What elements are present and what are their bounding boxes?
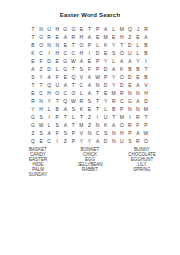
grid-cell: T xyxy=(53,97,61,105)
grid-cell: P xyxy=(118,105,126,113)
grid-cell: Y xyxy=(29,105,37,113)
grid-cell: L xyxy=(102,105,110,113)
grid-cell: Y xyxy=(85,137,93,145)
grid-cell: C xyxy=(94,129,102,137)
grid-cell: B xyxy=(53,105,61,113)
grid-cell: L xyxy=(134,50,142,58)
grid-cell: A xyxy=(94,137,102,145)
grid-cell: N xyxy=(94,121,102,129)
grid-cell: W xyxy=(142,129,150,137)
grid-cell: B xyxy=(126,66,134,74)
grid-cell: A xyxy=(29,66,37,74)
grid-cell: P xyxy=(94,26,102,34)
grid-cell: P xyxy=(94,58,102,66)
grid-cell: O xyxy=(69,89,77,97)
grid-cell: N xyxy=(126,89,134,97)
grid-cell: R xyxy=(29,97,37,105)
grid-cell: I xyxy=(45,50,53,58)
grid-cell: Q xyxy=(69,74,77,82)
grid-cell: A xyxy=(45,74,53,82)
grid-cell: U xyxy=(53,82,61,90)
grid-cell: N xyxy=(37,26,45,34)
grid-cell: B xyxy=(142,42,150,50)
grid-cell: Y xyxy=(45,97,53,105)
grid-cell: A xyxy=(85,74,93,82)
grid-cell: A xyxy=(85,82,93,90)
grid-cell: W xyxy=(69,97,77,105)
grid-cell: P xyxy=(69,137,77,145)
grid-cell: A xyxy=(126,58,134,66)
grid-cell: H xyxy=(142,89,150,97)
grid-cell: Z xyxy=(29,129,37,137)
grid-cell: M xyxy=(77,121,85,129)
grid-cell: W xyxy=(69,58,77,66)
worksheet-page: Easter Word Search TNUHGGETPALMQJRTGREAR… xyxy=(0,0,180,255)
grid-cell: P xyxy=(85,42,93,50)
grid-cell: A xyxy=(61,105,69,113)
grid-cell: U xyxy=(118,137,126,145)
grid-cell: Y xyxy=(134,58,142,66)
grid-cell: S xyxy=(69,105,77,113)
grid-cell: N xyxy=(94,82,102,90)
grid-cell: L xyxy=(53,66,61,74)
grid-cell: T xyxy=(69,82,77,90)
grid-cell: E xyxy=(61,74,69,82)
word-list-item: RABBIT xyxy=(64,167,116,172)
grid-cell: E xyxy=(53,58,61,66)
grid-cell: U xyxy=(102,113,110,121)
grid-cell: R xyxy=(134,137,142,145)
grid-cell: T xyxy=(69,66,77,74)
grid-cell: N xyxy=(110,129,118,137)
grid-cell: A xyxy=(134,129,142,137)
grid-cell: O xyxy=(77,42,85,50)
grid-cell: A xyxy=(110,66,118,74)
grid-cell: I xyxy=(53,137,61,145)
grid-cell: E xyxy=(134,34,142,42)
grid-cell: I xyxy=(126,113,134,121)
grid-cell: I xyxy=(45,113,53,121)
grid-cell: R xyxy=(69,34,77,42)
grid-cell: A xyxy=(61,34,69,42)
grid-cell: A xyxy=(61,121,69,129)
grid-cell: T xyxy=(142,113,150,121)
grid-cell: B xyxy=(110,105,118,113)
grid-cell: D xyxy=(102,66,110,74)
grid-cell: G xyxy=(29,113,37,121)
grid-cell: Z xyxy=(61,137,69,145)
grid-cell: W xyxy=(94,74,102,82)
word-list-column: BUNNYCHOCOLATEEGGHUNTLILYSPRING xyxy=(116,147,168,177)
grid-cell: G xyxy=(29,121,37,129)
grid-cell: B xyxy=(142,50,150,58)
grid-cell: P xyxy=(53,113,61,121)
grid-cell: A xyxy=(45,129,53,137)
grid-cell: H xyxy=(118,34,126,42)
grid-cell: E xyxy=(61,42,69,50)
grid-cell: F xyxy=(134,121,142,129)
grid-cell: L xyxy=(69,113,77,121)
grid-cell: A xyxy=(118,58,126,66)
grid-cell: O xyxy=(118,50,126,58)
grid-cell: M xyxy=(102,34,110,42)
grid-cell: F xyxy=(53,129,61,137)
grid-cell: E xyxy=(102,50,110,58)
grid-cell: Z xyxy=(37,66,45,74)
grid-cell: M xyxy=(110,89,118,97)
grid-cell: D xyxy=(102,137,110,145)
grid-cell: A xyxy=(134,97,142,105)
grid-cell: O xyxy=(53,89,61,97)
grid-cell: C xyxy=(37,89,45,97)
grid-cell: E xyxy=(53,34,61,42)
grid-cell: H xyxy=(53,26,61,34)
grid-cell: I xyxy=(85,50,93,58)
grid-cell: V xyxy=(77,129,85,137)
grid-cell: M xyxy=(118,113,126,121)
grid-cell: L xyxy=(94,42,102,50)
grid-cell: L xyxy=(134,42,142,50)
grid-cell: B xyxy=(29,42,37,50)
grid-cell: N xyxy=(53,42,61,50)
grid-cell: T xyxy=(61,113,69,121)
grid-cell: R xyxy=(126,121,134,129)
grid-cell: T xyxy=(69,121,77,129)
grid-cell: T xyxy=(29,34,37,42)
grid-cell: S xyxy=(77,66,85,74)
grid-cell: Y xyxy=(110,82,118,90)
grid-cell: Y xyxy=(102,97,110,105)
grid-cell: E xyxy=(85,58,93,66)
grid-cell: G xyxy=(126,97,134,105)
grid-cell: E xyxy=(29,89,37,97)
grid-cell: K xyxy=(77,105,85,113)
grid-cell: A xyxy=(85,34,93,42)
grid-cell: V xyxy=(142,82,150,90)
grid-cell: Y xyxy=(110,74,118,82)
grid-cell: C xyxy=(37,50,45,58)
grid-cell: B xyxy=(134,66,142,74)
grid-cell: F xyxy=(37,58,45,66)
grid-cell: Y xyxy=(37,74,45,82)
grid-cell: V xyxy=(77,74,85,82)
grid-cell: C xyxy=(61,89,69,97)
grid-cell: O xyxy=(118,74,126,82)
grid-cell: S xyxy=(110,50,118,58)
grid-cell: Y xyxy=(110,42,118,50)
grid-cell: T xyxy=(29,82,37,90)
grid-cell: A xyxy=(102,26,110,34)
grid-cell: Y xyxy=(77,137,85,145)
grid-cell: G xyxy=(61,26,69,34)
grid-cell: E xyxy=(29,58,37,66)
grid-cell: H xyxy=(77,50,85,58)
grid-cell: H xyxy=(53,50,61,58)
grid-cell: S xyxy=(102,129,110,137)
grid-cell: D xyxy=(102,82,110,90)
grid-cell: T xyxy=(142,66,150,74)
word-list-item: SPRING xyxy=(116,167,168,172)
word-list: BASKETCANDYEASTERHIDEPALMSUNDAYBONNETCHI… xyxy=(12,147,168,177)
grid-cell: D xyxy=(142,97,150,105)
grid-cell: P xyxy=(142,121,150,129)
grid-cell: T xyxy=(37,82,45,90)
grid-cell: T xyxy=(110,113,118,121)
grid-cell: E xyxy=(102,89,110,97)
grid-cell: O xyxy=(118,121,126,129)
grid-cell: L xyxy=(110,58,118,66)
grid-cell: I xyxy=(94,113,102,121)
grid-cell: D xyxy=(126,42,134,50)
grid-cell: S xyxy=(53,121,61,129)
word-list-column: BONNETCHICKEGGJELLYBEANRABBIT xyxy=(64,147,116,177)
grid-cell: A xyxy=(134,82,142,90)
grid-cell: U xyxy=(45,26,53,34)
grid-cell: S xyxy=(85,97,93,105)
grid-cell: D xyxy=(45,58,53,66)
grid-cell: O xyxy=(37,42,45,50)
grid-cell: N xyxy=(126,105,134,113)
grid-cell: E xyxy=(126,82,134,90)
grid-cell: D xyxy=(126,74,134,82)
grid-cell: A xyxy=(110,121,118,129)
grid-cell: L xyxy=(110,26,118,34)
grid-cell: R xyxy=(77,97,85,105)
grid-cell: D xyxy=(118,82,126,90)
grid-cell: L xyxy=(45,105,53,113)
grid-cell: R xyxy=(110,97,118,105)
grid-cell: H xyxy=(37,105,45,113)
grid-cell: E xyxy=(94,34,102,42)
grid-cell: A xyxy=(61,82,69,90)
grid-cell: A xyxy=(142,34,150,42)
grid-cell: I xyxy=(142,58,150,66)
grid-cell: L xyxy=(45,121,53,129)
grid-cell: P xyxy=(102,74,110,82)
grid-cell: C xyxy=(69,50,77,58)
grid-cell: S xyxy=(37,129,45,137)
grid-cell: F xyxy=(85,66,93,74)
grid-cell: T xyxy=(118,42,126,50)
grid-cell: G xyxy=(37,34,45,42)
grid-cell: Z xyxy=(85,121,93,129)
grid-cell: Q xyxy=(61,97,69,105)
grid-cell: N xyxy=(134,105,142,113)
grid-cell: T xyxy=(77,113,85,121)
grid-cell: R xyxy=(134,113,142,121)
grid-cell: D xyxy=(94,50,102,58)
grid-cell: U xyxy=(126,50,134,58)
grid-cell: N xyxy=(37,97,45,105)
grid-cell: M xyxy=(118,26,126,34)
grid-cell: T xyxy=(69,42,77,50)
grid-cell: T xyxy=(94,89,102,97)
grid-cell: S xyxy=(61,129,69,137)
grid-cell: Y xyxy=(102,58,110,66)
grid-cell: R xyxy=(142,26,150,34)
grid-cell: A xyxy=(85,89,93,97)
word-list-item: SUNDAY xyxy=(12,172,64,177)
grid-cell: K xyxy=(102,42,110,50)
grid-cell: N xyxy=(134,89,142,97)
grid-cell: E xyxy=(37,137,45,145)
grid-cell: P xyxy=(126,129,134,137)
grid-cell: Z xyxy=(85,113,93,121)
grid-cell: E xyxy=(110,34,118,42)
grid-cell: C xyxy=(77,82,85,90)
grid-cell: G xyxy=(61,58,69,66)
grid-cell: K xyxy=(118,66,126,74)
grid-cell: F xyxy=(53,74,61,82)
grid-cell: S xyxy=(37,113,45,121)
grid-cell: C xyxy=(118,97,126,105)
grid-cell: J xyxy=(134,26,142,34)
grid-cell: S xyxy=(126,137,134,145)
grid-cell: R xyxy=(45,34,53,42)
grid-cell: T xyxy=(29,26,37,34)
grid-cell: H xyxy=(77,34,85,42)
grid-cell: K xyxy=(102,121,110,129)
word-list-column: BASKETCANDYEASTERHIDEPALMSUNDAY xyxy=(12,147,64,177)
grid-cell: C xyxy=(61,50,69,58)
grid-cell: Z xyxy=(126,34,134,42)
grid-cell: N xyxy=(85,129,93,137)
grid-cell: M xyxy=(142,105,150,113)
grid-cell: T xyxy=(85,26,93,34)
grid-cell: P xyxy=(69,129,77,137)
grid-cell: D xyxy=(45,66,53,74)
grid-cell: B xyxy=(142,74,150,82)
grid-cell: E xyxy=(77,26,85,34)
grid-cell: Q xyxy=(29,137,37,145)
grid-cell: S xyxy=(29,74,37,82)
grid-cell: O xyxy=(142,137,150,145)
grid-cell: W xyxy=(37,121,45,129)
grid-cell: K xyxy=(29,50,37,58)
grid-cell: E xyxy=(134,74,142,82)
grid-cell: Q xyxy=(126,26,134,34)
grid-cell: H xyxy=(118,129,126,137)
grid-cell: L xyxy=(77,89,85,97)
grid-cell: Q xyxy=(45,82,53,90)
grid-cell: N xyxy=(45,42,53,50)
grid-cell: N xyxy=(110,137,118,145)
grid-cell: P xyxy=(94,66,102,74)
grid-cell: T xyxy=(94,105,102,113)
grid-cell: G xyxy=(61,66,69,74)
grid-cell: E xyxy=(85,105,93,113)
word-search-grid: TNUHGGETPALMQJRTGREARHAEMEHZEABONNETOPLK… xyxy=(29,26,150,145)
grid-cell: C xyxy=(45,137,53,145)
puzzle-title: Easter Word Search xyxy=(0,12,180,18)
grid-cell: H xyxy=(45,89,53,97)
grid-cell: R xyxy=(118,89,126,97)
grid-cell: A xyxy=(77,58,85,66)
grid-cell: G xyxy=(69,26,77,34)
grid-cell: T xyxy=(94,97,102,105)
